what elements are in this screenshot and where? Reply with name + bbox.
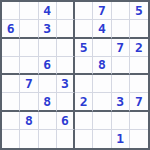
cell-empty-r7c3[interactable] xyxy=(39,112,57,130)
cell-empty-r7c1[interactable] xyxy=(2,112,20,130)
cell-empty-r2c7[interactable] xyxy=(112,20,130,38)
cell-empty-r6c1[interactable] xyxy=(2,93,20,111)
cell-given-r5c2: 7 xyxy=(20,75,38,93)
cell-given-r2c1: 6 xyxy=(2,20,20,38)
cell-given-r2c6: 4 xyxy=(93,20,111,38)
cell-given-r7c4: 6 xyxy=(57,112,75,130)
sudoku-board: 47563457268738237861 xyxy=(0,0,150,150)
cell-given-r2c3: 3 xyxy=(39,20,57,38)
cell-empty-r1c2[interactable] xyxy=(20,2,38,20)
cell-empty-r4c7[interactable] xyxy=(112,57,130,75)
cell-given-r5c4: 3 xyxy=(57,75,75,93)
cell-empty-r3c4[interactable] xyxy=(57,39,75,57)
cell-empty-r3c3[interactable] xyxy=(39,39,57,57)
cell-empty-r4c4[interactable] xyxy=(57,57,75,75)
cell-empty-r1c7[interactable] xyxy=(112,2,130,20)
cell-empty-r7c8[interactable] xyxy=(130,112,148,130)
cell-empty-r3c1[interactable] xyxy=(2,39,20,57)
cell-given-r6c5: 2 xyxy=(75,93,93,111)
cell-empty-r1c1[interactable] xyxy=(2,2,20,20)
cell-empty-r8c3[interactable] xyxy=(39,130,57,148)
cell-empty-r2c2[interactable] xyxy=(20,20,38,38)
cell-empty-r8c6[interactable] xyxy=(93,130,111,148)
cell-empty-r6c6[interactable] xyxy=(93,93,111,111)
cell-empty-r4c1[interactable] xyxy=(2,57,20,75)
cell-empty-r8c8[interactable] xyxy=(130,130,148,148)
cell-empty-r1c4[interactable] xyxy=(57,2,75,20)
cell-given-r7c2: 8 xyxy=(20,112,38,130)
cell-given-r1c6: 7 xyxy=(93,2,111,20)
cell-empty-r4c2[interactable] xyxy=(20,57,38,75)
cell-empty-r8c4[interactable] xyxy=(57,130,75,148)
cell-given-r1c3: 4 xyxy=(39,2,57,20)
cell-empty-r5c5[interactable] xyxy=(75,75,93,93)
cell-given-r6c7: 3 xyxy=(112,93,130,111)
cell-empty-r5c8[interactable] xyxy=(130,75,148,93)
cell-given-r3c7: 7 xyxy=(112,39,130,57)
cell-empty-r2c5[interactable] xyxy=(75,20,93,38)
cell-given-r3c8: 2 xyxy=(130,39,148,57)
cell-empty-r8c1[interactable] xyxy=(2,130,20,148)
cell-empty-r6c2[interactable] xyxy=(20,93,38,111)
cell-empty-r2c8[interactable] xyxy=(130,20,148,38)
cell-empty-r7c5[interactable] xyxy=(75,112,93,130)
cell-given-r3c5: 5 xyxy=(75,39,93,57)
cell-empty-r5c6[interactable] xyxy=(93,75,111,93)
cell-empty-r7c6[interactable] xyxy=(93,112,111,130)
cell-empty-r2c4[interactable] xyxy=(57,20,75,38)
cell-given-r4c3: 6 xyxy=(39,57,57,75)
cell-given-r4c6: 8 xyxy=(93,57,111,75)
cell-empty-r6c4[interactable] xyxy=(57,93,75,111)
cell-empty-r3c6[interactable] xyxy=(93,39,111,57)
cell-empty-r1c5[interactable] xyxy=(75,2,93,20)
cell-empty-r7c7[interactable] xyxy=(112,112,130,130)
cell-empty-r5c1[interactable] xyxy=(2,75,20,93)
cell-given-r1c8: 5 xyxy=(130,2,148,20)
cell-empty-r5c3[interactable] xyxy=(39,75,57,93)
cell-given-r6c3: 8 xyxy=(39,93,57,111)
cell-given-r8c7: 1 xyxy=(112,130,130,148)
cell-empty-r8c5[interactable] xyxy=(75,130,93,148)
cell-empty-r4c8[interactable] xyxy=(130,57,148,75)
cell-empty-r3c2[interactable] xyxy=(20,39,38,57)
cell-empty-r4c5[interactable] xyxy=(75,57,93,75)
cell-empty-r5c7[interactable] xyxy=(112,75,130,93)
cell-empty-r8c2[interactable] xyxy=(20,130,38,148)
cell-given-r6c8: 7 xyxy=(130,93,148,111)
